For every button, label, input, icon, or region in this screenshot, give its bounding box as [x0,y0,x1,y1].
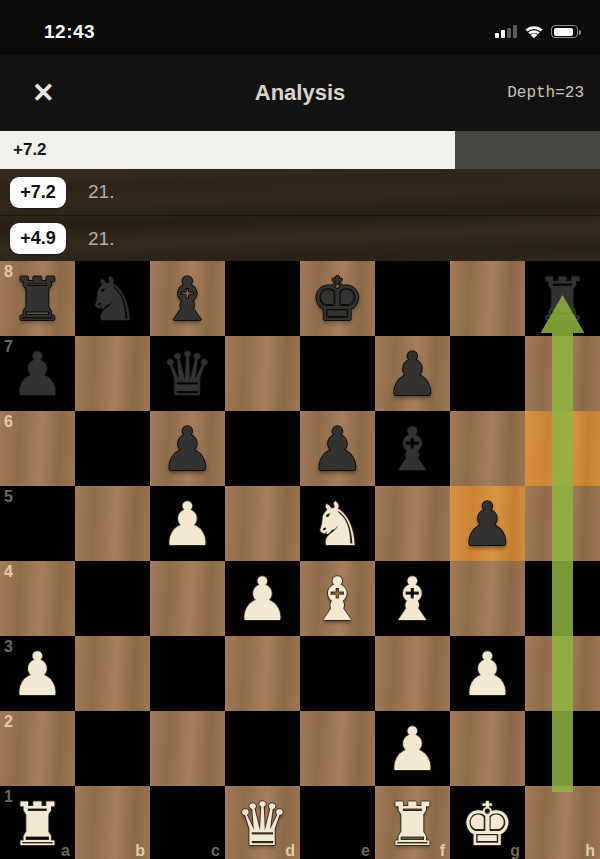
square-f4[interactable]: ♝ [375,561,450,636]
square-e8[interactable]: ♚ [300,261,375,336]
line1-moves: 21. [88,181,114,203]
square-g6[interactable] [450,411,525,486]
file-label-d: d [285,842,295,859]
piece-white-knight[interactable]: ♞ [311,487,365,561]
square-c6[interactable]: ♟ [150,411,225,486]
evaluation-bar-fill: +7.2 [0,131,455,169]
clock-time: 12:43 [44,13,95,43]
square-e6[interactable]: ♟ [300,411,375,486]
piece-white-pawn[interactable]: ♟ [461,637,515,711]
square-c4[interactable] [150,561,225,636]
square-c7[interactable]: ♛ [150,336,225,411]
square-b8[interactable]: ♞ [75,261,150,336]
square-e1[interactable]: e [300,786,375,859]
piece-black-pawn[interactable]: ♟ [311,412,365,486]
line2-eval-badge: +4.9 [10,223,66,254]
square-g5[interactable]: ♟ [450,486,525,561]
square-e3[interactable] [300,636,375,711]
square-d1[interactable]: d♛ [225,786,300,859]
square-c2[interactable] [150,711,225,786]
piece-black-bishop[interactable]: ♝ [161,262,215,336]
square-b7[interactable] [75,336,150,411]
square-d7[interactable] [225,336,300,411]
square-c3[interactable] [150,636,225,711]
evaluation-value: +7.2 [0,140,47,160]
square-a5[interactable]: 5 [0,486,75,561]
piece-white-queen[interactable]: ♛ [236,787,290,859]
piece-black-bishop[interactable]: ♝ [386,412,440,486]
square-h2[interactable] [525,711,600,786]
square-e7[interactable] [300,336,375,411]
cellular-signal-icon [495,26,517,38]
engine-line-2[interactable]: +4.9 21. [0,215,600,261]
rank-label-8: 8 [4,263,13,281]
engine-depth-label: Depth=23 [507,84,584,102]
chess-board-container: 8♜♞♝♚♜7♟♛♟6♟♟♝5♟♞♟4♟♝♝3♟♟2♟1a♜bcd♛ef♜g♚h [0,261,600,859]
square-d4[interactable]: ♟ [225,561,300,636]
square-d2[interactable] [225,711,300,786]
square-a3[interactable]: 3♟ [0,636,75,711]
piece-black-queen[interactable]: ♛ [161,337,215,411]
square-e2[interactable] [300,711,375,786]
piece-white-rook[interactable]: ♜ [386,787,440,859]
evaluation-bar: +7.2 [0,131,600,169]
status-bar: 12:43 [0,0,600,55]
piece-black-pawn[interactable]: ♟ [11,337,65,411]
square-h7[interactable] [525,336,600,411]
chess-board: 8♜♞♝♚♜7♟♛♟6♟♟♝5♟♞♟4♟♝♝3♟♟2♟1a♜bcd♛ef♜g♚h [0,261,600,859]
line1-eval-badge: +7.2 [10,177,66,208]
piece-white-king[interactable]: ♚ [461,787,515,859]
rank-label-6: 6 [4,413,13,431]
square-f8[interactable] [375,261,450,336]
square-b5[interactable] [75,486,150,561]
square-g2[interactable] [450,711,525,786]
piece-white-bishop[interactable]: ♝ [386,562,440,636]
rank-label-4: 4 [4,563,13,581]
analysis-header: ✕ Analysis Depth=23 [0,55,600,131]
file-label-a: a [61,842,70,859]
square-b6[interactable] [75,411,150,486]
square-g8[interactable] [450,261,525,336]
file-label-h: h [585,842,595,859]
square-b2[interactable] [75,711,150,786]
square-f7[interactable]: ♟ [375,336,450,411]
engine-line-1[interactable]: +7.2 21. [0,169,600,215]
rank-label-1: 1 [4,788,13,806]
square-g4[interactable] [450,561,525,636]
square-a6[interactable]: 6 [0,411,75,486]
square-b1[interactable]: b [75,786,150,859]
rank-label-2: 2 [4,713,13,731]
square-g1[interactable]: g♚ [450,786,525,859]
square-a2[interactable]: 2 [0,711,75,786]
piece-black-pawn[interactable]: ♟ [461,487,515,561]
square-h6[interactable] [525,411,600,486]
square-g7[interactable] [450,336,525,411]
piece-black-pawn[interactable]: ♟ [386,337,440,411]
square-g3[interactable]: ♟ [450,636,525,711]
square-f5[interactable] [375,486,450,561]
file-label-f: f [440,842,445,859]
rank-label-5: 5 [4,488,13,506]
piece-black-rook[interactable]: ♜ [11,262,65,336]
piece-black-rook[interactable]: ♜ [536,262,590,336]
rank-label-7: 7 [4,338,13,356]
file-label-b: b [135,842,145,859]
piece-black-king[interactable]: ♚ [311,262,365,336]
square-h4[interactable] [525,561,600,636]
square-h3[interactable] [525,636,600,711]
square-a8[interactable]: 8♜ [0,261,75,336]
piece-white-pawn[interactable]: ♟ [386,712,440,786]
square-d8[interactable] [225,261,300,336]
file-label-e: e [361,842,370,859]
square-a7[interactable]: 7♟ [0,336,75,411]
square-h5[interactable] [525,486,600,561]
square-f1[interactable]: f♜ [375,786,450,859]
engine-lines: +7.2 21. +4.9 21. [0,169,600,261]
square-f6[interactable]: ♝ [375,411,450,486]
file-label-g: g [510,842,520,859]
square-e5[interactable]: ♞ [300,486,375,561]
square-d5[interactable] [225,486,300,561]
square-a4[interactable]: 4 [0,561,75,636]
piece-white-rook[interactable]: ♜ [11,787,65,859]
piece-white-pawn[interactable]: ♟ [11,637,65,711]
square-c1[interactable]: c [150,786,225,859]
square-c8[interactable]: ♝ [150,261,225,336]
square-d6[interactable] [225,411,300,486]
piece-black-pawn[interactable]: ♟ [161,412,215,486]
piece-white-pawn[interactable]: ♟ [161,487,215,561]
square-d3[interactable] [225,636,300,711]
piece-black-knight[interactable]: ♞ [86,262,140,336]
square-h8[interactable]: ♜ [525,261,600,336]
piece-white-bishop[interactable]: ♝ [311,562,365,636]
square-c5[interactable]: ♟ [150,486,225,561]
piece-white-pawn[interactable]: ♟ [236,562,290,636]
file-label-c: c [211,842,220,859]
rank-label-3: 3 [4,638,13,656]
square-b3[interactable] [75,636,150,711]
square-f3[interactable] [375,636,450,711]
line2-moves: 21. [88,228,114,250]
square-b4[interactable] [75,561,150,636]
square-e4[interactable]: ♝ [300,561,375,636]
square-a1[interactable]: 1a♜ [0,786,75,859]
wifi-icon [524,25,544,39]
square-h1[interactable]: h [525,786,600,859]
square-f2[interactable]: ♟ [375,711,450,786]
battery-icon [551,25,578,38]
